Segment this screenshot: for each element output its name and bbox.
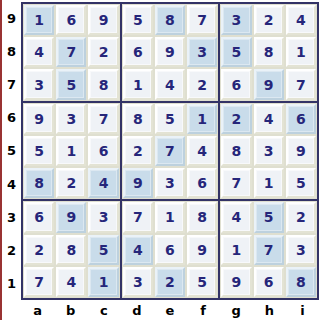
cell-f6[interactable]: 1 <box>187 104 217 134</box>
cell-d4[interactable]: 9 <box>123 168 153 198</box>
cell-h2[interactable]: 7 <box>254 235 284 265</box>
cell-h6[interactable]: 4 <box>254 104 284 134</box>
sudoku-page: 987654321 169472358587693142324581697937… <box>0 0 320 320</box>
cell-g9[interactable]: 3 <box>221 5 251 35</box>
cell-f1[interactable]: 5 <box>187 267 217 297</box>
box-1-2: 246839715 <box>220 103 317 200</box>
col-label-h: h <box>253 303 286 318</box>
row-label-4: 4 <box>2 168 21 201</box>
box-0-0: 169472358 <box>23 4 120 101</box>
cell-a4[interactable]: 8 <box>24 168 54 198</box>
cell-i7[interactable]: 7 <box>286 69 316 99</box>
cell-g8[interactable]: 5 <box>221 37 251 67</box>
cell-e3[interactable]: 1 <box>155 202 185 232</box>
row-labels: 987654321 <box>2 2 21 300</box>
cell-f2[interactable]: 9 <box>187 235 217 265</box>
row-label-1: 1 <box>2 267 21 300</box>
cell-i9[interactable]: 4 <box>286 5 316 35</box>
cell-b5[interactable]: 1 <box>56 136 86 166</box>
cell-e4[interactable]: 3 <box>155 168 185 198</box>
cell-d3[interactable]: 7 <box>123 202 153 232</box>
cell-f7[interactable]: 2 <box>187 69 217 99</box>
cell-i8[interactable]: 1 <box>286 37 316 67</box>
cell-f8[interactable]: 3 <box>187 37 217 67</box>
row-label-7: 7 <box>2 68 21 101</box>
box-0-2: 324581697 <box>220 4 317 101</box>
cell-h8[interactable]: 8 <box>254 37 284 67</box>
sudoku-board: 1694723585876931423245816979375168248512… <box>21 2 319 300</box>
cell-h5[interactable]: 3 <box>254 136 284 166</box>
row-label-8: 8 <box>2 35 21 68</box>
row-label-3: 3 <box>2 201 21 234</box>
cell-a6[interactable]: 9 <box>24 104 54 134</box>
cell-c1[interactable]: 1 <box>88 267 118 297</box>
cell-e5[interactable]: 7 <box>155 136 185 166</box>
cell-b4[interactable]: 2 <box>56 168 86 198</box>
cell-c9[interactable]: 9 <box>88 5 118 35</box>
cell-d2[interactable]: 4 <box>123 235 153 265</box>
cell-e1[interactable]: 2 <box>155 267 185 297</box>
col-label-c: c <box>87 303 120 318</box>
cell-f4[interactable]: 6 <box>187 168 217 198</box>
cell-a1[interactable]: 7 <box>24 267 54 297</box>
cell-b8[interactable]: 7 <box>56 37 86 67</box>
cell-b3[interactable]: 9 <box>56 202 86 232</box>
cell-a7[interactable]: 3 <box>24 69 54 99</box>
row-label-5: 5 <box>2 134 21 167</box>
cell-g1[interactable]: 9 <box>221 267 251 297</box>
box-2-0: 693285741 <box>23 201 120 298</box>
cell-i4[interactable]: 5 <box>286 168 316 198</box>
cell-h7[interactable]: 9 <box>254 69 284 99</box>
cell-h9[interactable]: 2 <box>254 5 284 35</box>
cell-c6[interactable]: 7 <box>88 104 118 134</box>
cell-f5[interactable]: 4 <box>187 136 217 166</box>
cell-e6[interactable]: 5 <box>155 104 185 134</box>
cell-e8[interactable]: 9 <box>155 37 185 67</box>
cell-b7[interactable]: 5 <box>56 69 86 99</box>
col-label-d: d <box>120 303 153 318</box>
cell-d9[interactable]: 5 <box>123 5 153 35</box>
cell-g7[interactable]: 6 <box>221 69 251 99</box>
cell-d5[interactable]: 2 <box>123 136 153 166</box>
cell-g2[interactable]: 1 <box>221 235 251 265</box>
row-label-9: 9 <box>2 2 21 35</box>
cell-h4[interactable]: 1 <box>254 168 284 198</box>
cell-d1[interactable]: 3 <box>123 267 153 297</box>
col-labels: abcdefghi <box>21 301 319 319</box>
cell-b6[interactable]: 3 <box>56 104 86 134</box>
cell-d7[interactable]: 1 <box>123 69 153 99</box>
col-label-i: i <box>286 303 319 318</box>
row-label-6: 6 <box>2 101 21 134</box>
cell-h1[interactable]: 6 <box>254 267 284 297</box>
cell-i2[interactable]: 3 <box>286 235 316 265</box>
cell-i3[interactable]: 2 <box>286 202 316 232</box>
cell-i1[interactable]: 8 <box>286 267 316 297</box>
cell-b2[interactable]: 8 <box>56 235 86 265</box>
cell-c3[interactable]: 3 <box>88 202 118 232</box>
cell-g5[interactable]: 8 <box>221 136 251 166</box>
cell-b9[interactable]: 6 <box>56 5 86 35</box>
cell-d6[interactable]: 8 <box>123 104 153 134</box>
cell-c5[interactable]: 6 <box>88 136 118 166</box>
cell-a2[interactable]: 2 <box>24 235 54 265</box>
cell-g6[interactable]: 2 <box>221 104 251 134</box>
cell-g3[interactable]: 4 <box>221 202 251 232</box>
cell-c4[interactable]: 4 <box>88 168 118 198</box>
row-label-2: 2 <box>2 234 21 267</box>
cell-c8[interactable]: 2 <box>88 37 118 67</box>
col-label-f: f <box>187 303 220 318</box>
box-2-2: 452173968 <box>220 201 317 298</box>
box-2-1: 718469325 <box>122 201 219 298</box>
cell-b1[interactable]: 4 <box>56 267 86 297</box>
cell-e7[interactable]: 4 <box>155 69 185 99</box>
cell-a5[interactable]: 5 <box>24 136 54 166</box>
cell-e9[interactable]: 8 <box>155 5 185 35</box>
cell-i6[interactable]: 6 <box>286 104 316 134</box>
cell-a9[interactable]: 1 <box>24 5 54 35</box>
col-label-g: g <box>220 303 253 318</box>
cell-h3[interactable]: 5 <box>254 202 284 232</box>
box-0-1: 587693142 <box>122 4 219 101</box>
col-label-e: e <box>153 303 186 318</box>
cell-f9[interactable]: 7 <box>187 5 217 35</box>
cell-a3[interactable]: 6 <box>24 202 54 232</box>
cell-c2[interactable]: 5 <box>88 235 118 265</box>
box-1-1: 851274936 <box>122 103 219 200</box>
cell-f3[interactable]: 8 <box>187 202 217 232</box>
cell-g4[interactable]: 7 <box>221 168 251 198</box>
col-label-b: b <box>54 303 87 318</box>
cell-d8[interactable]: 6 <box>123 37 153 67</box>
cell-c7[interactable]: 8 <box>88 69 118 99</box>
cell-i5[interactable]: 9 <box>286 136 316 166</box>
cell-a8[interactable]: 4 <box>24 37 54 67</box>
box-1-0: 937516824 <box>23 103 120 200</box>
cell-e2[interactable]: 6 <box>155 235 185 265</box>
col-label-a: a <box>21 303 54 318</box>
